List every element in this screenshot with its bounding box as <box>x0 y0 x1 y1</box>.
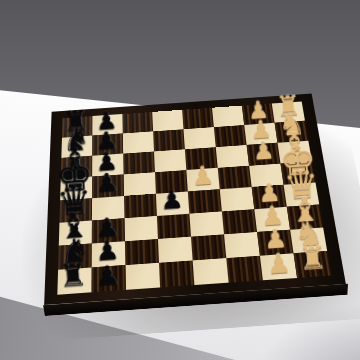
square-g3[interactable] <box>214 125 247 147</box>
square-d5[interactable]: ♟ <box>156 191 189 215</box>
white-pawn-f2[interactable]: ♟ <box>252 137 276 163</box>
square-g4[interactable] <box>183 127 215 149</box>
white-rook-a1[interactable]: ♜ <box>298 242 328 275</box>
square-d3[interactable] <box>220 187 255 211</box>
square-a5[interactable] <box>159 260 194 287</box>
square-f2[interactable]: ♟ <box>247 143 281 166</box>
square-c5[interactable] <box>157 214 191 239</box>
square-d6[interactable] <box>124 194 157 218</box>
board-grid: ♜♟♟♜♞♟♟♞♝♟♟♝♚♟♟♚♛♟♟♛♝♟♟♝♞♟♟♞♜♟♟♜ <box>57 101 331 294</box>
black-pawn-e7[interactable]: ♟ <box>95 169 119 195</box>
square-f6[interactable] <box>123 151 155 174</box>
chess-board[interactable]: ♜♟♟♜♞♟♟♞♝♟♟♝♚♟♟♚♛♟♟♛♝♟♟♝♞♟♟♞♜♟♟♜ <box>44 94 346 306</box>
square-h6[interactable] <box>122 112 153 134</box>
square-e4[interactable]: ♟ <box>186 168 219 192</box>
black-rook-a8[interactable]: ♜ <box>58 259 88 292</box>
square-a3[interactable] <box>226 256 263 283</box>
square-a2[interactable]: ♟ <box>260 253 297 280</box>
square-b5[interactable] <box>158 237 193 263</box>
square-g6[interactable] <box>123 131 154 153</box>
square-c6[interactable] <box>124 216 158 241</box>
square-b6[interactable] <box>125 239 159 265</box>
square-f5[interactable] <box>154 149 186 172</box>
white-pawn-e4[interactable]: ♟ <box>191 163 215 189</box>
square-a8[interactable]: ♜ <box>57 267 91 294</box>
square-c4[interactable] <box>189 211 224 236</box>
square-g5[interactable] <box>153 129 185 151</box>
square-b4[interactable] <box>191 234 226 260</box>
square-c3[interactable] <box>222 209 257 234</box>
white-pawn-a2[interactable]: ♟ <box>266 249 292 277</box>
square-b3[interactable] <box>224 232 260 258</box>
square-d4[interactable] <box>188 189 222 213</box>
board-scene: ♜♟♟♜♞♟♟♞♝♟♟♝♚♟♟♚♛♟♟♛♝♟♟♝♞♟♟♞♜♟♟♜ <box>0 0 360 360</box>
black-pawn-d5[interactable]: ♟ <box>160 187 184 214</box>
black-pawn-a7[interactable]: ♟ <box>95 261 121 289</box>
square-e7[interactable]: ♟ <box>92 174 124 198</box>
square-h5[interactable] <box>152 110 183 132</box>
square-a6[interactable] <box>125 263 160 290</box>
square-h3[interactable] <box>212 106 244 127</box>
square-h4[interactable] <box>182 108 214 130</box>
square-e6[interactable] <box>124 172 156 196</box>
square-f3[interactable] <box>216 145 249 168</box>
square-a7[interactable]: ♟ <box>92 265 126 292</box>
square-e3[interactable] <box>218 166 252 190</box>
square-a4[interactable] <box>193 258 229 285</box>
square-a1[interactable]: ♜ <box>294 251 332 278</box>
